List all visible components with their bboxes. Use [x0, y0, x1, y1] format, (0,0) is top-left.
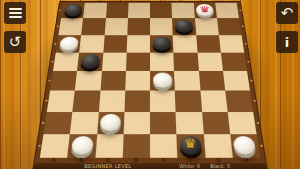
rank-marker-dot — [38, 145, 41, 147]
white-man[interactable] — [100, 114, 122, 131]
info-icon: i — [285, 36, 289, 49]
square-g8[interactable]: ♛ — [193, 3, 216, 19]
square-b1[interactable] — [67, 134, 96, 158]
black-man[interactable] — [175, 20, 193, 33]
file-label-f: F — [178, 157, 206, 163]
square-e4[interactable] — [150, 71, 175, 91]
square-d2[interactable] — [123, 112, 150, 134]
square-h3[interactable] — [225, 91, 253, 112]
square-c4[interactable] — [100, 71, 126, 91]
level-label: BEGINNER LEVEL — [80, 163, 136, 169]
square-f4[interactable] — [174, 71, 200, 91]
board-scene: ♛♛ — [48, 0, 252, 169]
square-g2[interactable] — [202, 112, 230, 134]
rank-marker-dot — [242, 26, 244, 27]
square-e1[interactable] — [150, 134, 178, 158]
square-a3[interactable] — [47, 91, 75, 112]
file-labels-strip: ABCDEFGH — [40, 157, 260, 163]
restart-button[interactable]: ↺ — [4, 31, 26, 53]
black-count-label: Black: 5 — [206, 163, 234, 169]
square-e7[interactable] — [150, 18, 173, 35]
square-g5[interactable] — [197, 52, 223, 71]
square-a2[interactable] — [43, 112, 72, 134]
square-d8[interactable] — [128, 3, 150, 19]
square-c5[interactable] — [102, 52, 127, 71]
square-h6[interactable] — [219, 35, 245, 53]
white-count-label: White: 6 — [176, 163, 204, 169]
square-d5[interactable] — [126, 52, 150, 71]
square-f1[interactable]: ♛ — [177, 134, 205, 158]
rank-marker-dot — [256, 122, 258, 124]
square-d3[interactable] — [124, 91, 150, 112]
undo-button[interactable]: ↶ — [276, 2, 298, 24]
square-a5[interactable] — [53, 52, 79, 71]
board-grid: ♛♛ — [40, 3, 260, 158]
square-f8[interactable] — [172, 3, 195, 19]
square-d7[interactable] — [127, 18, 150, 35]
square-e3[interactable] — [150, 91, 176, 112]
file-label-d: D — [123, 157, 151, 163]
square-e2[interactable] — [150, 112, 177, 134]
square-a6[interactable] — [56, 35, 82, 53]
rank-marker-dot — [247, 61, 249, 63]
menu-button[interactable] — [4, 2, 26, 24]
square-b6[interactable] — [79, 35, 104, 53]
square-c1[interactable] — [95, 134, 123, 158]
square-c7[interactable] — [104, 18, 128, 35]
checkers-board: ♛♛ — [32, 1, 268, 169]
black-man[interactable] — [152, 36, 170, 50]
square-e6[interactable] — [150, 35, 174, 53]
square-h7[interactable] — [217, 18, 242, 35]
square-g4[interactable] — [199, 71, 225, 91]
square-d1[interactable] — [122, 134, 150, 158]
file-label-g: G — [205, 157, 233, 163]
square-f7[interactable] — [172, 18, 196, 35]
white-man[interactable] — [233, 136, 257, 155]
square-g7[interactable] — [195, 18, 219, 35]
file-label-e: E — [150, 157, 178, 163]
square-a1[interactable] — [40, 134, 70, 158]
square-g3[interactable] — [200, 91, 227, 112]
square-b4[interactable] — [75, 71, 101, 91]
white-man[interactable] — [71, 136, 94, 155]
square-h4[interactable] — [223, 71, 250, 91]
king-crown-icon: ♛ — [184, 137, 198, 150]
square-f5[interactable] — [174, 52, 199, 71]
square-f2[interactable] — [176, 112, 203, 134]
rank-marker-dot — [59, 10, 61, 11]
file-label-h: H — [233, 157, 261, 163]
rank-marker-dot — [51, 61, 53, 63]
rank-marker-dot — [250, 80, 252, 82]
square-a8[interactable] — [61, 3, 85, 19]
square-b3[interactable] — [73, 91, 100, 112]
square-e5[interactable] — [150, 52, 174, 71]
square-d4[interactable] — [125, 71, 150, 91]
rank-marker-dot — [41, 122, 43, 124]
square-b5[interactable] — [77, 52, 103, 71]
white-man[interactable] — [59, 36, 79, 50]
checkers-game-screen: ♛♛ ABCDEFGH BEGINNER LEVEL White: 6 Blac… — [0, 0, 300, 169]
square-a7[interactable] — [58, 18, 83, 35]
file-label-b: B — [68, 157, 96, 163]
info-button[interactable]: i — [276, 31, 298, 53]
rank-marker-dot — [45, 100, 47, 102]
square-h5[interactable] — [221, 52, 247, 71]
black-man[interactable] — [64, 4, 83, 16]
status-bar: BEGINNER LEVEL White: 6 Black: 5 — [33, 163, 267, 169]
square-f3[interactable] — [175, 91, 202, 112]
square-h8[interactable] — [215, 3, 239, 19]
square-b8[interactable] — [83, 3, 106, 19]
square-c3[interactable] — [98, 91, 125, 112]
square-c8[interactable] — [105, 3, 128, 19]
rank-marker-dot — [48, 80, 50, 82]
square-c6[interactable] — [103, 35, 127, 53]
restart-icon: ↺ — [9, 35, 22, 50]
white-king[interactable]: ♛ — [196, 4, 214, 16]
white-man[interactable] — [153, 73, 173, 88]
rank-marker-dot — [54, 43, 56, 44]
square-d6[interactable] — [126, 35, 150, 53]
black-king[interactable]: ♛ — [180, 136, 202, 155]
rank-marker-dot — [244, 43, 246, 44]
rank-marker-dot — [253, 100, 255, 102]
file-label-c: C — [95, 157, 123, 163]
hamburger-icon — [9, 6, 22, 20]
square-g6[interactable] — [196, 35, 221, 53]
king-crown-icon: ♛ — [199, 5, 210, 13]
file-label-a: A — [40, 157, 68, 163]
square-b2[interactable] — [70, 112, 98, 134]
undo-icon: ↶ — [281, 6, 294, 21]
rank-marker-dot — [239, 10, 241, 11]
square-a4[interactable] — [50, 71, 77, 91]
square-h1[interactable] — [230, 134, 260, 158]
square-h2[interactable] — [227, 112, 256, 134]
rank-marker-dot — [56, 26, 58, 27]
square-e8[interactable] — [150, 3, 172, 19]
square-g1[interactable] — [203, 134, 232, 158]
black-man[interactable] — [80, 54, 100, 69]
square-c2[interactable] — [97, 112, 124, 134]
square-f6[interactable] — [173, 35, 197, 53]
rank-marker-dot — [260, 145, 263, 147]
square-b7[interactable] — [81, 18, 105, 35]
